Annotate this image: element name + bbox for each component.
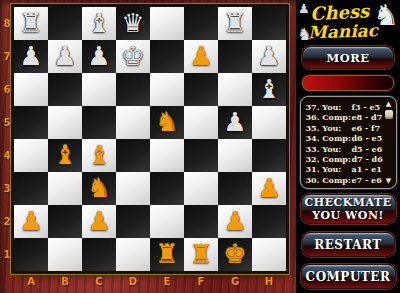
square-d4[interactable] <box>116 139 150 172</box>
square-b6[interactable] <box>48 73 82 106</box>
status-line2: YOU WON! <box>302 209 395 222</box>
square-c3[interactable]: ♞ <box>82 172 116 205</box>
silver-pawn[interactable]: ♟ <box>53 40 76 73</box>
move-label: 31. You: <box>306 164 352 174</box>
file-label-f: F <box>184 273 218 293</box>
file-label-a: A <box>14 273 48 293</box>
rank-label-4: 4 <box>0 139 14 172</box>
move-text: e7 - e6 <box>352 175 383 185</box>
move-label: 36. Comp: <box>306 112 352 122</box>
silver-pawn[interactable]: ♟ <box>19 40 42 73</box>
square-a4[interactable] <box>14 139 48 172</box>
gold-knight[interactable]: ♞ <box>155 106 178 139</box>
pawn-icon: ♟ <box>298 2 310 15</box>
square-e5[interactable]: ♞ <box>150 106 184 139</box>
square-b2[interactable] <box>48 205 82 238</box>
square-h5[interactable] <box>252 106 286 139</box>
square-a5[interactable] <box>14 106 48 139</box>
file-label-e: E <box>150 273 184 293</box>
square-e7[interactable] <box>150 40 184 73</box>
square-e1[interactable]: ♜ <box>150 238 184 271</box>
file-label-h: H <box>252 273 286 293</box>
move-label: 32. Comp: <box>306 154 352 164</box>
square-g5[interactable]: ♟ <box>218 106 252 139</box>
rank-label-5: 5 <box>0 106 14 139</box>
move-text: e6 - f7 <box>352 123 383 133</box>
silver-pawn[interactable]: ♟ <box>223 106 246 139</box>
square-h4[interactable] <box>252 139 286 172</box>
move-row: 33. You:d5 - e6 <box>306 144 383 154</box>
square-f3[interactable] <box>184 172 218 205</box>
silver-queen[interactable]: ♛ <box>121 7 144 40</box>
gold-pawn[interactable]: ♟ <box>257 172 280 205</box>
square-f5[interactable] <box>184 106 218 139</box>
gold-rook[interactable]: ♜ <box>189 238 212 271</box>
file-label-c: C <box>82 273 116 293</box>
chess-board: ♜♝♛♜♟♟♟♚♟♟♝♞♟♝♝♞♟♟♟♟♜♜♚ <box>14 7 286 271</box>
status-line1: CHECKMATE <box>302 196 395 209</box>
square-g6[interactable] <box>218 73 252 106</box>
square-g8[interactable]: ♜ <box>218 7 252 40</box>
restart-button[interactable]: RESTART <box>302 232 395 257</box>
square-e8[interactable] <box>150 7 184 40</box>
square-e2[interactable] <box>150 205 184 238</box>
square-a3[interactable] <box>14 172 48 205</box>
move-text: e8 - d7 <box>352 112 383 122</box>
move-label: 33. You: <box>306 144 352 154</box>
square-b3[interactable] <box>48 172 82 205</box>
silver-king[interactable]: ♚ <box>121 40 144 73</box>
move-row: 34. Comp:d6 - e5 <box>306 133 383 143</box>
rank-label-8: 8 <box>0 7 14 40</box>
square-h8[interactable] <box>252 7 286 40</box>
silver-rook[interactable]: ♜ <box>19 7 42 40</box>
square-d6[interactable] <box>116 73 150 106</box>
gold-pawn[interactable]: ♟ <box>19 205 42 238</box>
square-e4[interactable] <box>150 139 184 172</box>
move-text: d7 - d6 <box>352 154 383 164</box>
square-b5[interactable] <box>48 106 82 139</box>
gold-king[interactable]: ♚ <box>223 238 246 271</box>
rank-label-2: 2 <box>0 205 14 238</box>
move-row: 36. Comp:e8 - d7 <box>306 112 383 122</box>
move-text: d5 - e6 <box>352 144 383 154</box>
square-a7[interactable]: ♟ <box>14 40 48 73</box>
square-d8[interactable]: ♛ <box>116 7 150 40</box>
move-text: f3 - e5 <box>352 102 383 112</box>
gold-pawn[interactable]: ♟ <box>189 40 212 73</box>
square-a1[interactable] <box>14 238 48 271</box>
square-b7[interactable]: ♟ <box>48 40 82 73</box>
progress-bar <box>302 75 394 91</box>
move-list-panel: 37. You:f3 - e536. Comp:e8 - d735. You:e… <box>300 96 397 189</box>
move-row: 35. You:e6 - f7 <box>306 123 383 133</box>
square-d7[interactable]: ♚ <box>116 40 150 73</box>
file-label-b: B <box>48 273 82 293</box>
gold-bishop[interactable]: ♝ <box>87 139 110 172</box>
square-b8[interactable] <box>48 7 82 40</box>
square-c4[interactable]: ♝ <box>82 139 116 172</box>
file-label-d: D <box>116 273 150 293</box>
square-g1[interactable]: ♚ <box>218 238 252 271</box>
square-c5[interactable] <box>82 106 116 139</box>
move-text: a1 - e1 <box>352 164 383 174</box>
rank-label-1: 1 <box>0 238 14 271</box>
square-f4[interactable] <box>184 139 218 172</box>
square-f1[interactable]: ♜ <box>184 238 218 271</box>
square-e6[interactable] <box>150 73 184 106</box>
square-h3[interactable]: ♟ <box>252 172 286 205</box>
silver-bishop[interactable]: ♝ <box>87 7 110 40</box>
square-c8[interactable]: ♝ <box>82 7 116 40</box>
file-label-g: G <box>218 273 252 293</box>
rank-label-6: 6 <box>0 73 14 106</box>
square-f6[interactable] <box>184 73 218 106</box>
square-g2[interactable]: ♟ <box>218 205 252 238</box>
square-d1[interactable] <box>116 238 150 271</box>
scroll-up-icon[interactable]: ▲ <box>384 100 394 108</box>
move-row: 32. Comp:d7 - d6 <box>306 154 383 164</box>
scroll-down-icon[interactable]: ▼ <box>384 177 394 185</box>
more-games-button[interactable]: MORE GAMES <box>302 46 394 69</box>
square-h2[interactable] <box>252 205 286 238</box>
gold-pawn[interactable]: ♟ <box>223 205 246 238</box>
move-row: 30. Comp:e7 - e6 <box>306 175 383 185</box>
square-c2[interactable]: ♟ <box>82 205 116 238</box>
square-b4[interactable]: ♝ <box>48 139 82 172</box>
file-labels: ABCDEFGH <box>14 273 286 293</box>
square-g3[interactable] <box>218 172 252 205</box>
square-g4[interactable] <box>218 139 252 172</box>
silver-rook[interactable]: ♜ <box>223 7 246 40</box>
square-e3[interactable] <box>150 172 184 205</box>
square-a8[interactable]: ♜ <box>14 7 48 40</box>
move-row: 37. You:f3 - e5 <box>306 102 383 112</box>
move-list: 37. You:f3 - e536. Comp:e8 - d735. You:e… <box>306 102 383 185</box>
square-d2[interactable] <box>116 205 150 238</box>
move-label: 34. Comp: <box>306 133 352 143</box>
chess-maniac-app: 87654321 ♜♝♛♜♟♟♟♚♟♟♝♞♟♝♝♞♟♟♟♟♜♜♚ ABCDEFG… <box>0 0 400 293</box>
square-h6[interactable]: ♝ <box>252 73 286 106</box>
square-a2[interactable]: ♟ <box>14 205 48 238</box>
logo: ♟ ♞ ♞ Chess Maniac <box>296 0 400 43</box>
move-label: 30. Comp: <box>306 175 352 185</box>
board-frame: 87654321 ♜♝♛♜♟♟♟♚♟♟♝♞♟♝♝♞♟♟♟♟♜♜♚ ABCDEFG… <box>0 0 296 293</box>
square-h1[interactable] <box>252 238 286 271</box>
square-f8[interactable] <box>184 7 218 40</box>
square-c1[interactable] <box>82 238 116 271</box>
gold-rook[interactable]: ♜ <box>155 238 178 271</box>
move-label: 37. You: <box>306 102 352 112</box>
sidebar: ♟ ♞ ♞ Chess Maniac MORE GAMES 37. You:f3… <box>296 0 400 293</box>
silver-bishop[interactable]: ♝ <box>257 73 280 106</box>
square-d5[interactable] <box>116 106 150 139</box>
silver-pawn[interactable]: ♟ <box>87 40 110 73</box>
square-f2[interactable] <box>184 205 218 238</box>
square-g7[interactable] <box>218 40 252 73</box>
square-c6[interactable] <box>82 73 116 106</box>
computer-button[interactable]: COMPUTER <box>301 264 396 289</box>
rank-labels: 87654321 <box>0 7 14 271</box>
silver-pawn[interactable]: ♟ <box>257 40 280 73</box>
status-banner: CHECKMATE YOU WON! <box>301 194 396 224</box>
move-text: d6 - e5 <box>352 133 383 143</box>
square-c7[interactable]: ♟ <box>82 40 116 73</box>
gold-bishop[interactable]: ♝ <box>53 139 76 172</box>
square-d3[interactable] <box>116 172 150 205</box>
move-label: 35. You: <box>306 123 352 133</box>
square-h7[interactable]: ♟ <box>252 40 286 73</box>
logo-line2: Maniac <box>308 20 400 41</box>
gold-knight[interactable]: ♞ <box>87 172 110 205</box>
move-row: 31. You:a1 - e1 <box>306 164 383 174</box>
rank-label-3: 3 <box>0 172 14 205</box>
rank-label-7: 7 <box>0 40 14 73</box>
gold-pawn[interactable]: ♟ <box>87 205 110 238</box>
square-a6[interactable] <box>14 73 48 106</box>
scroll-thumb[interactable] <box>385 110 393 119</box>
square-f7[interactable]: ♟ <box>184 40 218 73</box>
move-list-scrollbar[interactable]: ▲ ▼ <box>384 100 394 185</box>
square-b1[interactable] <box>48 238 82 271</box>
